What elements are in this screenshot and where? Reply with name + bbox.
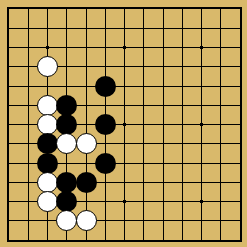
black-stone[interactable]	[76, 172, 97, 193]
star-point	[200, 200, 203, 203]
grid-line-vertical	[143, 9, 144, 240]
white-stone[interactable]	[37, 172, 58, 193]
black-stone[interactable]	[37, 153, 58, 174]
star-point	[123, 46, 126, 49]
grid-line-vertical	[220, 9, 221, 240]
star-point	[123, 200, 126, 203]
grid-line-vertical	[163, 9, 164, 240]
go-diagram	[0, 0, 247, 247]
black-stone[interactable]	[95, 76, 116, 97]
star-point	[123, 123, 126, 126]
black-stone[interactable]	[56, 95, 77, 116]
white-stone[interactable]	[37, 191, 58, 212]
go-board[interactable]	[0, 0, 247, 247]
white-stone[interactable]	[76, 210, 97, 231]
black-stone[interactable]	[95, 114, 116, 135]
star-point	[200, 46, 203, 49]
star-point	[46, 46, 49, 49]
star-point	[200, 123, 203, 126]
black-stone[interactable]	[56, 172, 77, 193]
grid-line-horizontal	[9, 220, 240, 221]
grid-line-vertical	[182, 9, 183, 240]
white-stone[interactable]	[76, 133, 97, 154]
white-stone[interactable]	[37, 114, 58, 135]
white-stone[interactable]	[37, 95, 58, 116]
black-stone[interactable]	[95, 153, 116, 174]
